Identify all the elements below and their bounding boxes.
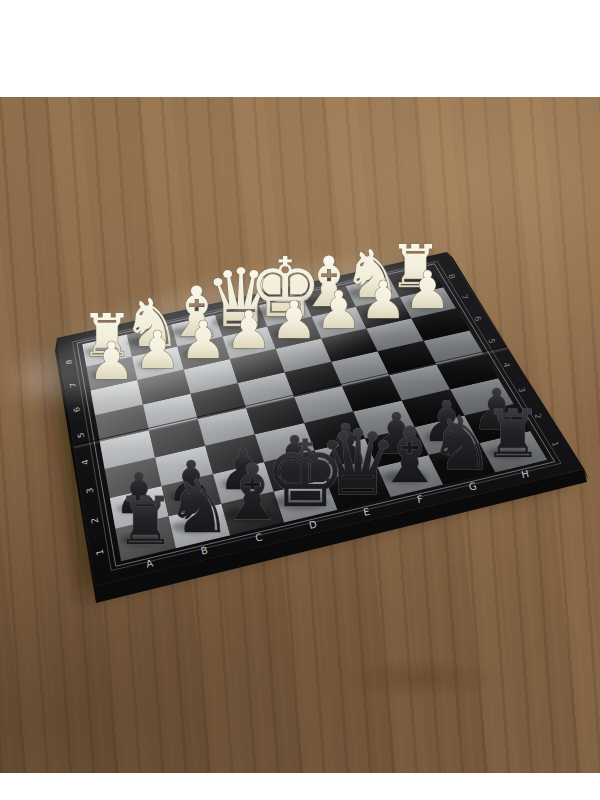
piece-white-pawn-d7: ♟ bbox=[226, 300, 273, 360]
piece-white-pawn-a7: ♟ bbox=[88, 331, 135, 391]
piece-white-pawn-c7: ♟ bbox=[180, 310, 227, 370]
piece-white-pawn-f7: ♟ bbox=[315, 280, 362, 340]
piece-white-pawn-g7: ♟ bbox=[360, 270, 407, 330]
piece-white-pawn-b7: ♟ bbox=[134, 320, 181, 380]
piece-white-pawn-h7: ♟ bbox=[404, 260, 451, 320]
piece-black-rook-h1: ♜ bbox=[483, 396, 542, 473]
piece-white-pawn-e7: ♟ bbox=[271, 290, 318, 350]
chess-set-photo: ABCDEFGH1122334455667788♜♞♝♛♚♝♞♜♟♟♟♟♟♟♟♟… bbox=[0, 0, 600, 800]
